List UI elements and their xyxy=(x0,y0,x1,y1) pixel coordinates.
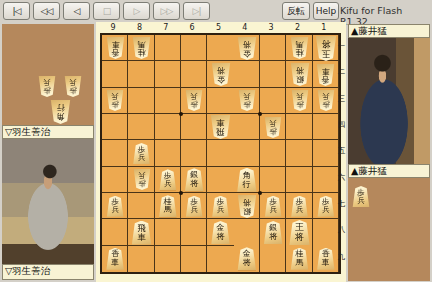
board-cell xyxy=(181,219,207,245)
board-cell xyxy=(207,167,233,193)
rank-label: 六 xyxy=(337,165,346,191)
board-cell xyxy=(155,140,181,166)
nav-rewind-button[interactable]: ◁◁ xyxy=(33,2,60,20)
gote-hand-tray: 歩兵歩兵角行 xyxy=(2,24,94,125)
board-cell xyxy=(313,167,339,193)
board-cell xyxy=(313,219,339,245)
board-cell xyxy=(102,219,128,245)
toolbar: |◁ ◁◁ ◁ □ ▷ ▷▷ ▷| 反転 Help Kifu for Flash… xyxy=(0,0,432,22)
kifu-player-window: { "game": "shogi", "app": { "title": "Ki… xyxy=(0,0,432,282)
file-label: 1 xyxy=(311,23,337,33)
board-cell xyxy=(128,88,154,114)
gote-name-label: ▽羽生善治 xyxy=(2,125,94,139)
board-cell xyxy=(207,88,233,114)
hoshi-dot xyxy=(179,191,183,195)
board-cell xyxy=(286,167,312,193)
board-cell xyxy=(207,246,233,272)
rank-label: 五 xyxy=(337,138,346,164)
file-label: 9 xyxy=(100,23,126,33)
hoshi-dot xyxy=(179,112,183,116)
board-area: 987654321 香車桂馬金将桂馬玉将金将銀将香車歩兵歩兵歩兵歩兵歩兵飛車歩兵… xyxy=(96,22,346,282)
board-cell xyxy=(181,114,207,140)
shogi-piece-角行-gote: 角行 xyxy=(50,100,71,124)
board-cell xyxy=(286,114,312,140)
board-cell xyxy=(207,140,233,166)
shogi-piece-歩兵-gote: 歩兵 xyxy=(38,76,56,97)
board-cell xyxy=(155,114,181,140)
rank-label: 一 xyxy=(337,33,346,59)
board-cell xyxy=(128,246,154,272)
board-cell xyxy=(207,35,233,61)
file-labels: 987654321 xyxy=(100,23,337,33)
board-cell xyxy=(128,114,154,140)
board-cell xyxy=(102,114,128,140)
file-label: 2 xyxy=(284,23,310,33)
board-cell xyxy=(102,140,128,166)
sente-name-label-top: ▲藤井猛 xyxy=(348,24,430,38)
board-cell xyxy=(155,88,181,114)
board-cell xyxy=(181,35,207,61)
nav-play-button[interactable]: ▷ xyxy=(123,2,150,20)
board-cell xyxy=(102,167,128,193)
board-cell xyxy=(155,246,181,272)
board-cell xyxy=(128,193,154,219)
board-cell xyxy=(181,61,207,87)
shogi-board: 香車桂馬金将桂馬玉将金将銀将香車歩兵歩兵歩兵歩兵歩兵飛車歩兵歩兵歩兵歩兵銀将角行… xyxy=(100,33,341,274)
board-cell xyxy=(313,114,339,140)
file-label: 4 xyxy=(232,23,258,33)
board-cell xyxy=(155,219,181,245)
help-button[interactable]: Help xyxy=(313,2,339,20)
sente-name-label: ▲藤井猛 xyxy=(348,164,430,178)
rank-label: 二 xyxy=(337,59,346,85)
nav-last-button[interactable]: ▷| xyxy=(183,2,210,20)
nav-prev-button[interactable]: ◁ xyxy=(63,2,90,20)
file-label: 3 xyxy=(258,23,284,33)
nav-first-button[interactable]: |◁ xyxy=(3,2,30,20)
board-cell xyxy=(260,35,286,61)
board-cell xyxy=(128,61,154,87)
board-cell xyxy=(155,35,181,61)
board-cell xyxy=(155,61,181,87)
gote-photo xyxy=(2,139,94,264)
rank-label: 四 xyxy=(337,112,346,138)
rank-label: 三 xyxy=(337,86,346,112)
board-cell xyxy=(313,140,339,166)
flip-button[interactable]: 反転 xyxy=(282,2,310,20)
file-label: 5 xyxy=(205,23,231,33)
board-cell xyxy=(234,114,260,140)
board-cell xyxy=(102,61,128,87)
board-cell xyxy=(260,246,286,272)
sente-hand-tray: 歩兵 xyxy=(348,178,430,281)
shogi-piece-歩兵-sente: 歩兵 xyxy=(352,186,370,207)
rank-label: 八 xyxy=(337,217,346,243)
board-cell xyxy=(234,140,260,166)
board-cell xyxy=(260,88,286,114)
file-label: 7 xyxy=(153,23,179,33)
nav-forward-button[interactable]: ▷▷ xyxy=(153,2,180,20)
board-cell xyxy=(181,246,207,272)
gote-name-label-bottom: ▽羽生善治 xyxy=(2,264,94,280)
board-cell xyxy=(181,140,207,166)
hoshi-dot xyxy=(258,191,262,195)
board-cell xyxy=(234,61,260,87)
sente-photo xyxy=(348,38,430,164)
board-cell xyxy=(234,219,260,245)
rank-labels: 一二三四五六七八九 xyxy=(337,33,346,270)
rank-label: 七 xyxy=(337,191,346,217)
file-label: 6 xyxy=(179,23,205,33)
hoshi-dot xyxy=(258,112,262,116)
rank-label: 九 xyxy=(337,244,346,270)
file-label: 8 xyxy=(126,23,152,33)
board-cell xyxy=(260,140,286,166)
nav-stop-button[interactable]: □ xyxy=(93,2,120,20)
board-cell xyxy=(260,167,286,193)
shogi-piece-歩兵-gote: 歩兵 xyxy=(64,76,82,97)
board-cell xyxy=(286,140,312,166)
board-cell xyxy=(260,61,286,87)
